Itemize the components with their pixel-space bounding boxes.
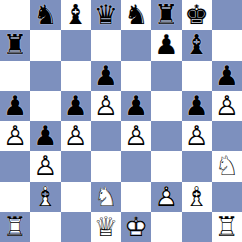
square-f1[interactable] (151, 212, 181, 242)
white-pawn-b3: ♟♙ (30, 151, 60, 181)
square-a7[interactable]: ♜ (0, 30, 30, 60)
black-pawn-d6: ♟ (91, 61, 121, 91)
square-b7[interactable] (30, 30, 60, 60)
square-b8[interactable]: ♞ (30, 0, 60, 30)
black-knight-e8: ♞ (121, 0, 151, 30)
white-queen-d1: ♛♕ (91, 212, 121, 242)
square-e7[interactable] (121, 30, 151, 60)
black-bishop-c8: ♝ (61, 0, 91, 30)
black-pawn-glyph: ♟ (61, 91, 91, 121)
white-pawn-h5: ♟♙ (212, 91, 242, 121)
white-pawn-c4: ♟♙ (61, 121, 91, 151)
square-d5[interactable]: ♟♙ (91, 91, 121, 121)
white-pawn-glyph: ♙ (30, 151, 60, 181)
white-king-glyph: ♔ (121, 212, 151, 242)
square-h2[interactable] (212, 182, 242, 212)
square-d6[interactable]: ♟ (91, 61, 121, 91)
square-b1[interactable] (30, 212, 60, 242)
white-rook-a1: ♜♖ (0, 212, 30, 242)
white-bishop-glyph: ♗ (182, 182, 212, 212)
square-f3[interactable] (151, 151, 181, 181)
black-pawn-e5: ♟ (121, 91, 151, 121)
square-g5[interactable]: ♟ (182, 91, 212, 121)
square-g2[interactable]: ♝♗ (182, 182, 212, 212)
white-king-e1: ♚♔ (121, 212, 151, 242)
square-h8[interactable] (212, 0, 242, 30)
white-knight-glyph: ♘ (91, 182, 121, 212)
black-king-glyph: ♚ (182, 0, 212, 30)
square-c2[interactable] (61, 182, 91, 212)
black-rook-glyph: ♜ (0, 30, 30, 60)
white-pawn-glyph: ♙ (182, 121, 212, 151)
white-pawn-glyph: ♙ (121, 121, 151, 151)
square-g6[interactable] (182, 61, 212, 91)
square-e3[interactable] (121, 151, 151, 181)
square-e6[interactable] (121, 61, 151, 91)
square-f5[interactable] (151, 91, 181, 121)
white-rook-h1: ♜♖ (212, 212, 242, 242)
white-knight-h3: ♞♘ (212, 151, 242, 181)
black-pawn-glyph: ♟ (91, 61, 121, 91)
square-b6[interactable] (30, 61, 60, 91)
square-e1[interactable]: ♚♔ (121, 212, 151, 242)
square-e4[interactable]: ♟♙ (121, 121, 151, 151)
square-e2[interactable] (121, 182, 151, 212)
square-b3[interactable]: ♟♙ (30, 151, 60, 181)
square-d2[interactable]: ♞♘ (91, 182, 121, 212)
white-bishop-g2: ♝♗ (182, 182, 212, 212)
white-pawn-a4: ♟♙ (0, 121, 30, 151)
square-h7[interactable] (212, 30, 242, 60)
square-c1[interactable] (61, 212, 91, 242)
square-f8[interactable]: ♜ (151, 0, 181, 30)
square-h1[interactable]: ♜♖ (212, 212, 242, 242)
square-h4[interactable] (212, 121, 242, 151)
square-b2[interactable]: ♝♗ (30, 182, 60, 212)
square-g4[interactable]: ♟♙ (182, 121, 212, 151)
black-pawn-b4: ♟ (30, 121, 60, 151)
square-h6[interactable]: ♟ (212, 61, 242, 91)
white-pawn-glyph: ♙ (212, 91, 242, 121)
black-knight-glyph: ♞ (30, 0, 60, 30)
square-g7[interactable]: ♝ (182, 30, 212, 60)
black-pawn-glyph: ♟ (212, 61, 242, 91)
black-knight-glyph: ♞ (121, 0, 151, 30)
square-c4[interactable]: ♟♙ (61, 121, 91, 151)
white-pawn-e4: ♟♙ (121, 121, 151, 151)
square-h3[interactable]: ♞♘ (212, 151, 242, 181)
black-pawn-glyph: ♟ (151, 30, 181, 60)
black-rook-a7: ♜ (0, 30, 30, 60)
white-pawn-g4: ♟♙ (182, 121, 212, 151)
black-pawn-a5: ♟ (0, 91, 30, 121)
white-pawn-d5: ♟♙ (91, 91, 121, 121)
black-pawn-f7: ♟ (151, 30, 181, 60)
square-c6[interactable] (61, 61, 91, 91)
black-bishop-glyph: ♝ (61, 0, 91, 30)
square-d8[interactable]: ♛ (91, 0, 121, 30)
black-pawn-g5: ♟ (182, 91, 212, 121)
square-c3[interactable] (61, 151, 91, 181)
black-rook-glyph: ♜ (151, 0, 181, 30)
square-d3[interactable] (91, 151, 121, 181)
black-bishop-glyph: ♝ (182, 30, 212, 60)
square-f7[interactable]: ♟ (151, 30, 181, 60)
square-b4[interactable]: ♟ (30, 121, 60, 151)
black-bishop-g7: ♝ (182, 30, 212, 60)
white-bishop-b2: ♝♗ (30, 182, 60, 212)
chess-board: ♞♝♛♞♜♚♜♟♝♟♟♟♟♟♙♟♟♟♙♟♙♟♟♙♟♙♟♙♟♙♞♘♝♗♞♘♟♙♝♗… (0, 0, 242, 242)
square-a3[interactable] (0, 151, 30, 181)
black-king-g8: ♚ (182, 0, 212, 30)
square-c8[interactable]: ♝ (61, 0, 91, 30)
square-d7[interactable] (91, 30, 121, 60)
white-pawn-glyph: ♙ (151, 182, 181, 212)
square-a6[interactable] (0, 61, 30, 91)
square-g8[interactable]: ♚ (182, 0, 212, 30)
square-a8[interactable] (0, 0, 30, 30)
white-pawn-glyph: ♙ (91, 91, 121, 121)
square-f6[interactable] (151, 61, 181, 91)
white-rook-glyph: ♖ (0, 212, 30, 242)
square-a4[interactable]: ♟♙ (0, 121, 30, 151)
square-g3[interactable] (182, 151, 212, 181)
square-a5[interactable]: ♟ (0, 91, 30, 121)
white-queen-glyph: ♕ (91, 212, 121, 242)
square-d4[interactable] (91, 121, 121, 151)
white-pawn-glyph: ♙ (0, 121, 30, 151)
black-rook-f8: ♜ (151, 0, 181, 30)
white-rook-glyph: ♖ (212, 212, 242, 242)
square-g1[interactable] (182, 212, 212, 242)
square-a2[interactable] (0, 182, 30, 212)
black-queen-glyph: ♛ (91, 0, 121, 30)
square-f2[interactable]: ♟♙ (151, 182, 181, 212)
square-e5[interactable]: ♟ (121, 91, 151, 121)
square-c7[interactable] (61, 30, 91, 60)
square-c5[interactable]: ♟ (61, 91, 91, 121)
black-knight-b8: ♞ (30, 0, 60, 30)
white-bishop-glyph: ♗ (30, 182, 60, 212)
white-pawn-f2: ♟♙ (151, 182, 181, 212)
black-pawn-glyph: ♟ (30, 121, 60, 151)
square-f4[interactable] (151, 121, 181, 151)
square-b5[interactable] (30, 91, 60, 121)
black-pawn-c5: ♟ (61, 91, 91, 121)
black-pawn-h6: ♟ (212, 61, 242, 91)
black-pawn-glyph: ♟ (121, 91, 151, 121)
square-e8[interactable]: ♞ (121, 0, 151, 30)
square-a1[interactable]: ♜♖ (0, 212, 30, 242)
black-pawn-glyph: ♟ (0, 91, 30, 121)
white-knight-glyph: ♘ (212, 151, 242, 181)
white-knight-d2: ♞♘ (91, 182, 121, 212)
square-h5[interactable]: ♟♙ (212, 91, 242, 121)
square-d1[interactable]: ♛♕ (91, 212, 121, 242)
white-pawn-glyph: ♙ (61, 121, 91, 151)
black-queen-d8: ♛ (91, 0, 121, 30)
black-pawn-glyph: ♟ (182, 91, 212, 121)
